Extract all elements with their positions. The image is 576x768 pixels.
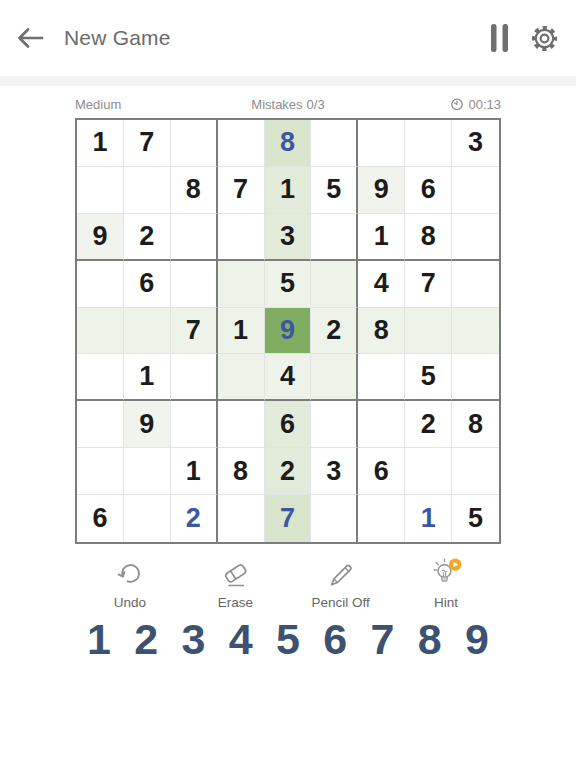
- cell-r5c7[interactable]: 8: [358, 308, 405, 355]
- cell-r2c6[interactable]: 5: [311, 167, 358, 214]
- cell-r9c6[interactable]: [311, 495, 358, 542]
- cell-r3c3[interactable]: [171, 214, 218, 261]
- cell-r1c4[interactable]: [218, 120, 265, 167]
- cell-r9c5[interactable]: 7: [265, 495, 312, 542]
- cell-r4c6[interactable]: [311, 261, 358, 308]
- gear-icon: [528, 22, 561, 55]
- cell-r2c1[interactable]: [77, 167, 124, 214]
- numpad-key-1[interactable]: 1: [87, 616, 111, 663]
- cell-r3c7[interactable]: 1: [358, 214, 405, 261]
- cell-r9c4[interactable]: [218, 495, 265, 542]
- cell-r8c9[interactable]: [452, 448, 499, 495]
- cell-r3c9[interactable]: [452, 214, 499, 261]
- cell-r4c5[interactable]: 5: [265, 261, 312, 308]
- numpad-key-9[interactable]: 9: [465, 616, 489, 663]
- numpad-key-4[interactable]: 4: [229, 616, 253, 663]
- cell-r8c3[interactable]: 1: [171, 448, 218, 495]
- cell-r6c5[interactable]: 4: [265, 354, 312, 401]
- undo-icon: [115, 556, 146, 590]
- cell-r5c9[interactable]: [452, 308, 499, 355]
- cell-r8c5[interactable]: 2: [265, 448, 312, 495]
- cell-r5c2[interactable]: [124, 308, 171, 355]
- cell-r9c1[interactable]: 6: [77, 495, 124, 542]
- sudoku-board: 1783871596923186547719281459628182366271…: [75, 118, 501, 544]
- numpad-key-8[interactable]: 8: [418, 616, 442, 663]
- cell-r3c8[interactable]: 8: [405, 214, 452, 261]
- cell-r2c2[interactable]: [124, 167, 171, 214]
- cell-r1c7[interactable]: [358, 120, 405, 167]
- cell-r8c4[interactable]: 8: [218, 448, 265, 495]
- mistakes-counter: Mistakes 0/3: [251, 97, 324, 112]
- cell-r9c7[interactable]: [358, 495, 405, 542]
- cell-r6c4[interactable]: [218, 354, 265, 401]
- cell-r5c1[interactable]: [77, 308, 124, 355]
- cell-r6c7[interactable]: [358, 354, 405, 401]
- cell-r5c5[interactable]: 9: [265, 308, 312, 355]
- numpad: 123456789: [75, 616, 501, 663]
- cell-r4c2[interactable]: 6: [124, 261, 171, 308]
- cell-r1c6[interactable]: [311, 120, 358, 167]
- header-bar: New Game: [0, 0, 576, 76]
- cell-r2c4[interactable]: 7: [218, 167, 265, 214]
- cell-r4c3[interactable]: [171, 261, 218, 308]
- cell-r6c3[interactable]: [171, 354, 218, 401]
- numpad-key-7[interactable]: 7: [371, 616, 395, 663]
- mistakes-value: 0/3: [307, 97, 325, 112]
- cell-r1c9[interactable]: 3: [452, 120, 499, 167]
- cell-r1c1[interactable]: 1: [77, 120, 124, 167]
- undo-label: Undo: [114, 595, 146, 610]
- cell-r7c3[interactable]: [171, 401, 218, 448]
- cell-r3c6[interactable]: [311, 214, 358, 261]
- cell-r4c1[interactable]: [77, 261, 124, 308]
- cell-r2c8[interactable]: 6: [405, 167, 452, 214]
- cell-r5c4[interactable]: 1: [218, 308, 265, 355]
- cell-r5c3[interactable]: 7: [171, 308, 218, 355]
- cell-r9c9[interactable]: 5: [452, 495, 499, 542]
- settings-button[interactable]: [528, 22, 561, 55]
- cell-r4c9[interactable]: [452, 261, 499, 308]
- cell-r7c6[interactable]: [311, 401, 358, 448]
- pencil-button[interactable]: Pencil Off: [302, 556, 380, 610]
- cell-r8c2[interactable]: [124, 448, 171, 495]
- cell-r5c6[interactable]: 2: [311, 308, 358, 355]
- cell-r2c3[interactable]: 8: [171, 167, 218, 214]
- cell-r7c7[interactable]: [358, 401, 405, 448]
- numpad-key-5[interactable]: 5: [276, 616, 300, 663]
- back-button[interactable]: [14, 24, 46, 52]
- sudoku-app-screen: New Game Medium Mistakes 0/3: [0, 0, 576, 768]
- numpad-key-6[interactable]: 6: [323, 616, 347, 663]
- cell-r5c8[interactable]: [405, 308, 452, 355]
- page-title: New Game: [64, 26, 171, 50]
- cell-r2c7[interactable]: 9: [358, 167, 405, 214]
- pencil-icon: [326, 556, 356, 590]
- cell-r8c6[interactable]: 3: [311, 448, 358, 495]
- cell-r7c4[interactable]: [218, 401, 265, 448]
- cell-r7c5[interactable]: 6: [265, 401, 312, 448]
- cell-r7c9[interactable]: 8: [452, 401, 499, 448]
- cell-r2c5[interactable]: 1: [265, 167, 312, 214]
- cell-r3c5[interactable]: 3: [265, 214, 312, 261]
- pause-icon: [490, 23, 509, 53]
- pause-button[interactable]: [490, 23, 509, 53]
- hint-label: Hint: [434, 595, 458, 610]
- header-actions: [490, 22, 561, 55]
- clock-icon: [450, 97, 464, 111]
- back-arrow-icon: [15, 25, 45, 51]
- cell-r6c9[interactable]: [452, 354, 499, 401]
- cell-r8c7[interactable]: 6: [358, 448, 405, 495]
- undo-button[interactable]: Undo: [91, 556, 169, 610]
- numpad-key-2[interactable]: 2: [134, 616, 158, 663]
- cell-r3c4[interactable]: [218, 214, 265, 261]
- cell-r6c1[interactable]: [77, 354, 124, 401]
- mistakes-label: Mistakes: [251, 97, 302, 112]
- cell-r9c8[interactable]: 1: [405, 495, 452, 542]
- cell-r7c2[interactable]: 9: [124, 401, 171, 448]
- cell-r2c9[interactable]: [452, 167, 499, 214]
- cell-r8c1[interactable]: [77, 448, 124, 495]
- cell-r9c3[interactable]: 2: [171, 495, 218, 542]
- cell-r6c8[interactable]: 5: [405, 354, 452, 401]
- hint-button[interactable]: Hint: [407, 556, 485, 610]
- cell-r1c3[interactable]: [171, 120, 218, 167]
- cell-r1c8[interactable]: [405, 120, 452, 167]
- cell-r4c8[interactable]: 7: [405, 261, 452, 308]
- erase-label: Erase: [218, 595, 253, 610]
- cell-r8c8[interactable]: [405, 448, 452, 495]
- cell-r1c2[interactable]: 7: [124, 120, 171, 167]
- difficulty-label: Medium: [75, 97, 121, 112]
- header-divider: [0, 76, 576, 86]
- hint-bulb-icon: [429, 556, 463, 590]
- cell-r6c2[interactable]: 1: [124, 354, 171, 401]
- cell-r7c8[interactable]: 2: [405, 401, 452, 448]
- timer-value: 00:13: [468, 97, 501, 112]
- cell-r9c2[interactable]: [124, 495, 171, 542]
- cell-r4c4[interactable]: [218, 261, 265, 308]
- cell-r6c6[interactable]: [311, 354, 358, 401]
- cell-r7c1[interactable]: [77, 401, 124, 448]
- cell-r1c5[interactable]: 8: [265, 120, 312, 167]
- pencil-label: Pencil Off: [312, 595, 370, 610]
- cell-r3c2[interactable]: 2: [124, 214, 171, 261]
- cell-r4c7[interactable]: 4: [358, 261, 405, 308]
- numpad-key-3[interactable]: 3: [182, 616, 206, 663]
- timer: 00:13: [450, 97, 501, 112]
- status-bar: Medium Mistakes 0/3 00:13: [75, 96, 501, 112]
- eraser-icon: [220, 556, 251, 590]
- erase-button[interactable]: Erase: [196, 556, 274, 610]
- cell-r3c1[interactable]: 9: [77, 214, 124, 261]
- toolbar: Undo Erase: [75, 556, 501, 610]
